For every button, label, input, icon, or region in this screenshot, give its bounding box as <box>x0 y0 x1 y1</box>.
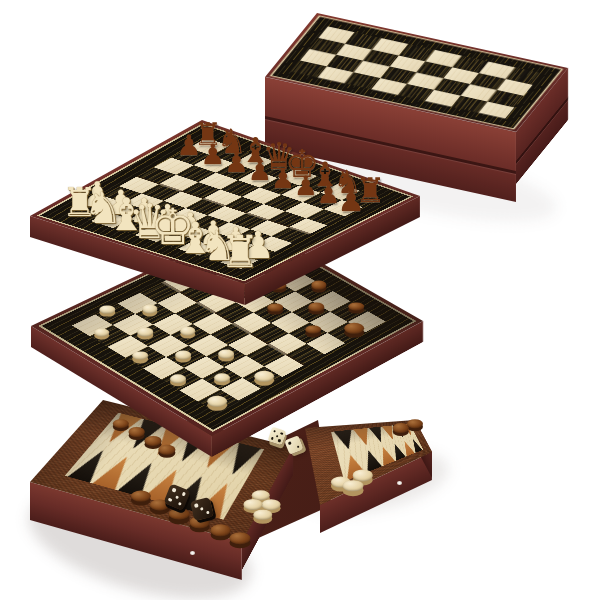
bg-point-orange <box>99 413 142 445</box>
magnet-dot <box>190 551 195 555</box>
die-pip <box>275 434 278 437</box>
bg-point-orange <box>353 428 373 447</box>
bg-point-orange <box>377 445 395 466</box>
bg-point-orange <box>196 480 239 519</box>
magnet-dot <box>397 481 402 485</box>
bg-point-orange <box>402 424 415 437</box>
die-pip <box>288 442 291 445</box>
bg-point-black <box>369 427 387 444</box>
die-pip <box>270 436 273 439</box>
die-pip <box>277 438 280 441</box>
die-pip <box>273 429 276 432</box>
bg-point-orange <box>341 453 366 481</box>
product-photo-game-set: ♜♞♝♛♚♝♞♜♟♟♟♟♟♟♟♟♟♟♟♟♟♟♟♟♜♞♝♛♚♝♞♜ <box>0 0 600 600</box>
bg-point-black <box>334 430 357 452</box>
die-pip <box>280 432 283 435</box>
bg-point-black <box>361 448 382 472</box>
die-pip <box>297 446 300 449</box>
